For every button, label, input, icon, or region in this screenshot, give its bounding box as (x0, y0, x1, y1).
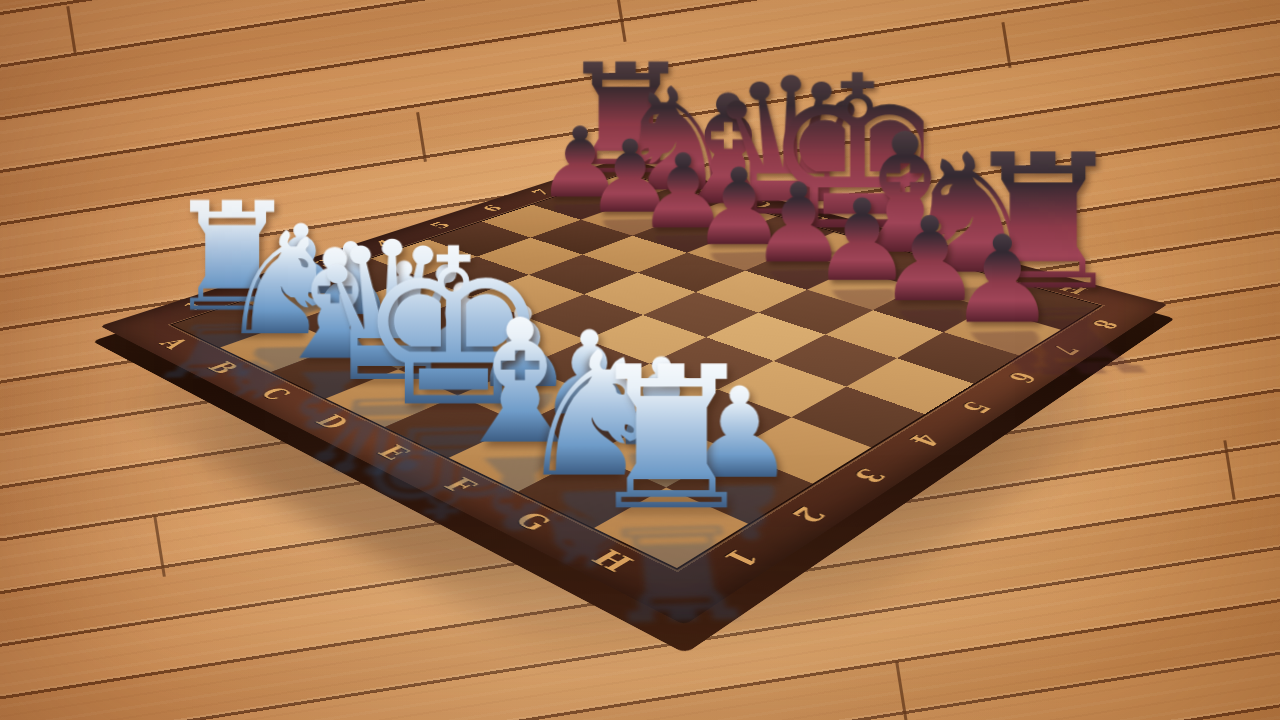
scene: AA11BB22CC33DD44EE55FF66GG77HH88 ♜♜♞♞♝♝♛… (0, 0, 1280, 720)
scene-vignette (0, 0, 1280, 720)
